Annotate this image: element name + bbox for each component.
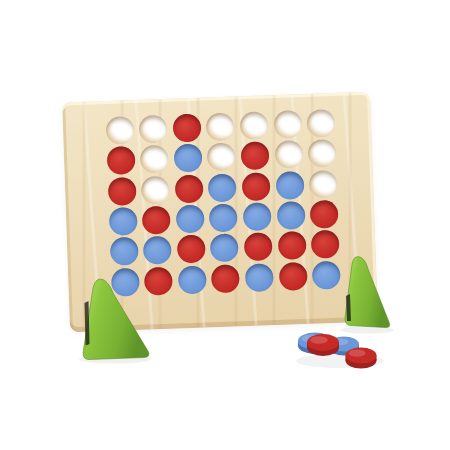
stands-and-discs-layer [0, 0, 450, 450]
red-loose-disc[interactable] [346, 348, 377, 369]
left-stand [83, 279, 149, 360]
right-stand [345, 257, 390, 328]
scene [0, 0, 450, 450]
red-loose-disc[interactable] [307, 334, 339, 356]
